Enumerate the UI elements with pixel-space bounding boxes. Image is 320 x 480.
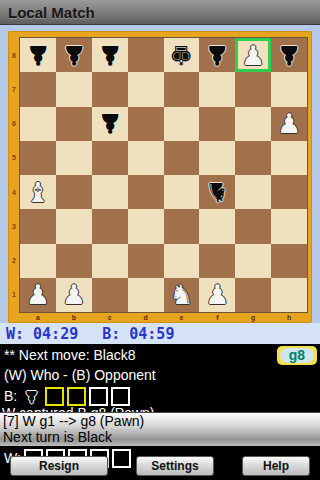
next-move-row: ** Next move: Black8 g8 [0, 344, 320, 365]
square-f6[interactable] [199, 107, 235, 141]
file-label-g: g [235, 312, 271, 322]
black-pawn: ♟ [26, 42, 50, 69]
black-captured-tray: ♟ [24, 387, 133, 406]
white-pawn: ♟ [277, 110, 301, 137]
rank-label-3: 3 [8, 209, 20, 243]
square-a5[interactable] [20, 141, 56, 175]
file-label-f: f [199, 312, 235, 322]
square-d2[interactable] [128, 244, 164, 278]
resign-button[interactable]: Resign [10, 456, 108, 476]
rank-label-2: 2 [8, 244, 20, 278]
square-b6[interactable] [56, 107, 92, 141]
square-h7[interactable] [271, 72, 307, 106]
square-h3[interactable] [271, 209, 307, 243]
white-bishop: ♝ [26, 179, 50, 206]
white-knight: ♞ [169, 281, 193, 308]
square-c3[interactable] [92, 209, 128, 243]
black-clock-label: B: [102, 325, 120, 343]
black-pawn: ♟ [277, 42, 301, 69]
square-d5[interactable] [128, 141, 164, 175]
black-tray-label: B: [4, 388, 24, 404]
square-b3[interactable] [56, 209, 92, 243]
black-pawn: ♟ [62, 42, 86, 69]
rank-label-6: 6 [8, 107, 20, 141]
file-label-c: c [92, 312, 128, 322]
square-f3[interactable] [199, 209, 235, 243]
square-b1[interactable]: ♟ [56, 278, 92, 312]
captured-slot [67, 387, 86, 406]
captured-slot [45, 387, 64, 406]
captured-slot [89, 387, 108, 406]
white-pawn: ♟ [26, 281, 50, 308]
square-a2[interactable] [20, 244, 56, 278]
square-a6[interactable] [20, 107, 56, 141]
square-e1[interactable]: ♞ [164, 278, 200, 312]
next-move-text: ** Next move: Black8 [4, 347, 136, 363]
square-g8[interactable]: ♟ [235, 38, 271, 72]
square-h4[interactable] [271, 175, 307, 209]
app-title: Local Match [8, 4, 95, 21]
black-king: ♚ [169, 42, 193, 69]
last-move-square: g8 [280, 348, 314, 363]
square-g2[interactable] [235, 244, 271, 278]
file-label-d: d [128, 312, 164, 322]
help-button[interactable]: Help [242, 456, 310, 476]
square-e4[interactable] [164, 175, 200, 209]
square-f2[interactable] [199, 244, 235, 278]
square-a3[interactable] [20, 209, 56, 243]
rank-label-1: 1 [8, 278, 20, 312]
square-b2[interactable] [56, 244, 92, 278]
square-c1[interactable] [92, 278, 128, 312]
square-b8[interactable]: ♟ [56, 38, 92, 72]
square-d4[interactable] [128, 175, 164, 209]
toast-turn-text: Next turn is Black [3, 429, 317, 445]
settings-button[interactable]: Settings [136, 456, 214, 476]
black-clock-time: 04:59 [129, 325, 174, 343]
square-h6[interactable]: ♟ [271, 107, 307, 141]
square-d8[interactable] [128, 38, 164, 72]
move-toast: [7] W g1 --> g8 (Pawn) Next turn is Blac… [0, 412, 320, 446]
rank-label-4: 4 [8, 175, 20, 209]
captured-slot [111, 387, 130, 406]
square-e8[interactable]: ♚ [164, 38, 200, 72]
square-h5[interactable] [271, 141, 307, 175]
black-pawn: ♟ [205, 42, 229, 69]
square-g6[interactable] [235, 107, 271, 141]
square-e3[interactable] [164, 209, 200, 243]
square-e2[interactable] [164, 244, 200, 278]
square-f1[interactable]: ♟ [199, 278, 235, 312]
square-f4[interactable]: ♞ [199, 175, 235, 209]
square-d6[interactable] [128, 107, 164, 141]
square-f8[interactable]: ♟ [199, 38, 235, 72]
rank-label-7: 7 [8, 72, 20, 106]
square-h1[interactable] [271, 278, 307, 312]
black-pawn: ♟ [98, 110, 122, 137]
square-c4[interactable] [92, 175, 128, 209]
square-h8[interactable]: ♟ [271, 38, 307, 72]
square-g3[interactable] [235, 209, 271, 243]
black-pawn: ♟ [98, 42, 122, 69]
white-pawn: ♟ [205, 281, 229, 308]
square-f7[interactable] [199, 72, 235, 106]
button-bar: Resign Settings Help [0, 456, 320, 476]
rank-labels: 87654321 [8, 38, 20, 312]
file-labels: abcdefgh [20, 312, 307, 322]
info-panel: ** Next move: Black8 g8 (W) Who - (B) Op… [0, 344, 320, 480]
white-clock-time: 04:29 [33, 325, 78, 343]
square-g5[interactable] [235, 141, 271, 175]
white-clock-label: W: [6, 325, 24, 343]
last-move-badge: g8 [277, 346, 317, 365]
board-area: 87654321 ♟♟♟♚♟♟♟♟♟♝♞♟♟♞♟ abcdefgh W: 04:… [0, 25, 320, 344]
square-c8[interactable]: ♟ [92, 38, 128, 72]
square-e6[interactable] [164, 107, 200, 141]
title-bar: Local Match [0, 0, 320, 25]
square-d3[interactable] [128, 209, 164, 243]
square-a7[interactable] [20, 72, 56, 106]
file-label-h: h [271, 312, 307, 322]
clock-row: W: 04:29 B: 04:59 [0, 323, 320, 344]
black-captured-row: B: ♟ [0, 384, 320, 406]
square-b4[interactable] [56, 175, 92, 209]
toast-move-text: [7] W g1 --> g8 (Pawn) [3, 413, 317, 429]
rank-label-8: 8 [8, 38, 20, 72]
players-row: (W) Who - (B) Opponent [0, 365, 320, 384]
white-pawn: ♟ [241, 42, 265, 69]
file-label-a: a [20, 312, 56, 322]
square-b5[interactable] [56, 141, 92, 175]
square-a1[interactable]: ♟ [20, 278, 56, 312]
chess-board[interactable]: 87654321 ♟♟♟♚♟♟♟♟♟♝♞♟♟♞♟ abcdefgh [8, 31, 312, 323]
rank-label-5: 5 [8, 141, 20, 175]
players-text: (W) Who - (B) Opponent [4, 367, 156, 383]
square-c7[interactable] [92, 72, 128, 106]
square-d7[interactable] [128, 72, 164, 106]
square-g4[interactable] [235, 175, 271, 209]
square-c6[interactable]: ♟ [92, 107, 128, 141]
file-label-b: b [56, 312, 92, 322]
black-knight: ♞ [205, 179, 229, 206]
square-a4[interactable]: ♝ [20, 175, 56, 209]
square-g7[interactable] [235, 72, 271, 106]
square-e5[interactable] [164, 141, 200, 175]
board-grid[interactable]: ♟♟♟♚♟♟♟♟♟♝♞♟♟♞♟ [20, 38, 307, 312]
square-d1[interactable] [128, 278, 164, 312]
square-e7[interactable] [164, 72, 200, 106]
square-f5[interactable] [199, 141, 235, 175]
square-g1[interactable] [235, 278, 271, 312]
captured-black-pawn: ♟ [24, 388, 39, 405]
square-b7[interactable] [56, 72, 92, 106]
file-label-e: e [164, 312, 200, 322]
square-c5[interactable] [92, 141, 128, 175]
square-a8[interactable]: ♟ [20, 38, 56, 72]
white-pawn: ♟ [62, 281, 86, 308]
square-h2[interactable] [271, 244, 307, 278]
square-c2[interactable] [92, 244, 128, 278]
